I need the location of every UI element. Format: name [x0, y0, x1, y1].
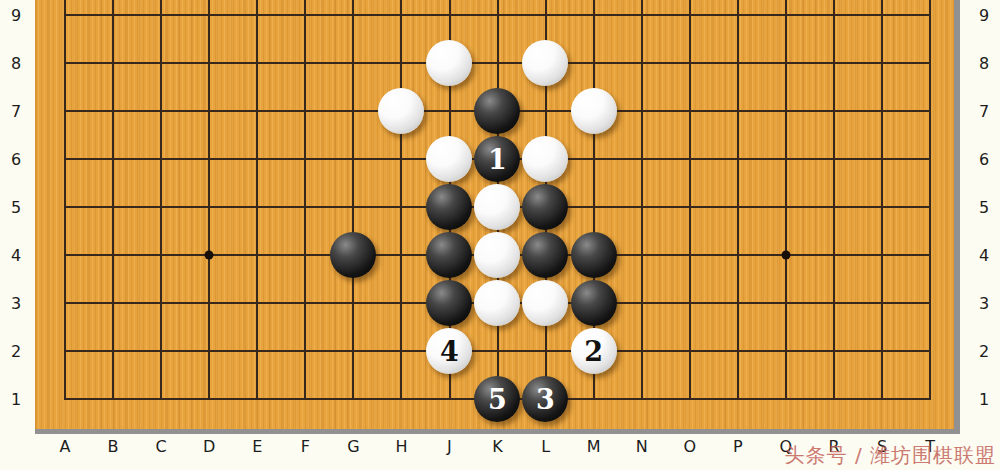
stone-black-J3[interactable] — [426, 280, 472, 326]
stone-black-L4[interactable] — [522, 232, 568, 278]
col-label-C: C — [156, 437, 167, 456]
row-label-left-6: 6 — [11, 150, 21, 169]
col-label-L: L — [541, 437, 550, 456]
stone-black-J4[interactable] — [426, 232, 472, 278]
row-label-right-9: 9 — [979, 6, 989, 25]
col-label-F: F — [301, 437, 310, 456]
stone-white-K4[interactable] — [474, 232, 520, 278]
col-label-G: G — [347, 437, 359, 456]
stone-black-L1-move-3[interactable]: 3 — [522, 376, 568, 422]
row-label-left-5: 5 — [11, 198, 21, 217]
row-label-left-9: 9 — [11, 6, 21, 25]
stone-white-L8[interactable] — [522, 40, 568, 86]
stone-grid: 14253 — [41, 0, 954, 423]
watermark-text: 头条号 / 潍坊围棋联盟 — [785, 442, 996, 469]
row-label-right-8: 8 — [979, 54, 989, 73]
stone-black-M3[interactable] — [571, 280, 617, 326]
col-label-B: B — [108, 437, 119, 456]
row-label-right-4: 4 — [979, 246, 989, 265]
stone-white-L3[interactable] — [522, 280, 568, 326]
row-label-right-7: 7 — [979, 102, 989, 121]
stone-white-J8[interactable] — [426, 40, 472, 86]
stone-black-J5[interactable] — [426, 184, 472, 230]
col-label-M: M — [587, 437, 601, 456]
stone-white-J6[interactable] — [426, 136, 472, 182]
col-label-N: N — [636, 437, 648, 456]
col-label-P: P — [733, 437, 743, 456]
stone-white-M7[interactable] — [571, 88, 617, 134]
go-diagram-screenshot: 14253 987654321987654321ABCDEFGHJKLMNOPQ… — [0, 0, 1000, 470]
stone-white-J2-move-4[interactable]: 4 — [426, 328, 472, 374]
row-label-left-8: 8 — [11, 54, 21, 73]
stone-black-L5[interactable] — [522, 184, 568, 230]
col-label-D: D — [203, 437, 215, 456]
row-label-right-6: 6 — [979, 150, 989, 169]
row-label-left-1: 1 — [11, 390, 21, 409]
stone-black-M4[interactable] — [571, 232, 617, 278]
row-label-right-3: 3 — [979, 294, 989, 313]
stone-white-M2-move-2[interactable]: 2 — [571, 328, 617, 374]
stone-white-L6[interactable] — [522, 136, 568, 182]
stone-white-K5[interactable] — [474, 184, 520, 230]
stone-black-K1-move-5[interactable]: 5 — [474, 376, 520, 422]
stone-black-K7[interactable] — [474, 88, 520, 134]
row-label-left-7: 7 — [11, 102, 21, 121]
stone-black-K6-move-1[interactable]: 1 — [474, 136, 520, 182]
row-label-left-4: 4 — [11, 246, 21, 265]
row-label-left-2: 2 — [11, 342, 21, 361]
stone-black-G4[interactable] — [330, 232, 376, 278]
stone-white-H7[interactable] — [378, 88, 424, 134]
row-label-left-3: 3 — [11, 294, 21, 313]
col-label-E: E — [252, 437, 262, 456]
row-label-right-2: 2 — [979, 342, 989, 361]
row-label-right-1: 1 — [979, 390, 989, 409]
col-label-A: A — [60, 437, 71, 456]
stone-white-K3[interactable] — [474, 280, 520, 326]
row-label-right-5: 5 — [979, 198, 989, 217]
col-label-O: O — [683, 437, 696, 456]
col-label-K: K — [492, 437, 503, 456]
col-label-H: H — [395, 437, 407, 456]
col-label-J: J — [447, 437, 452, 456]
